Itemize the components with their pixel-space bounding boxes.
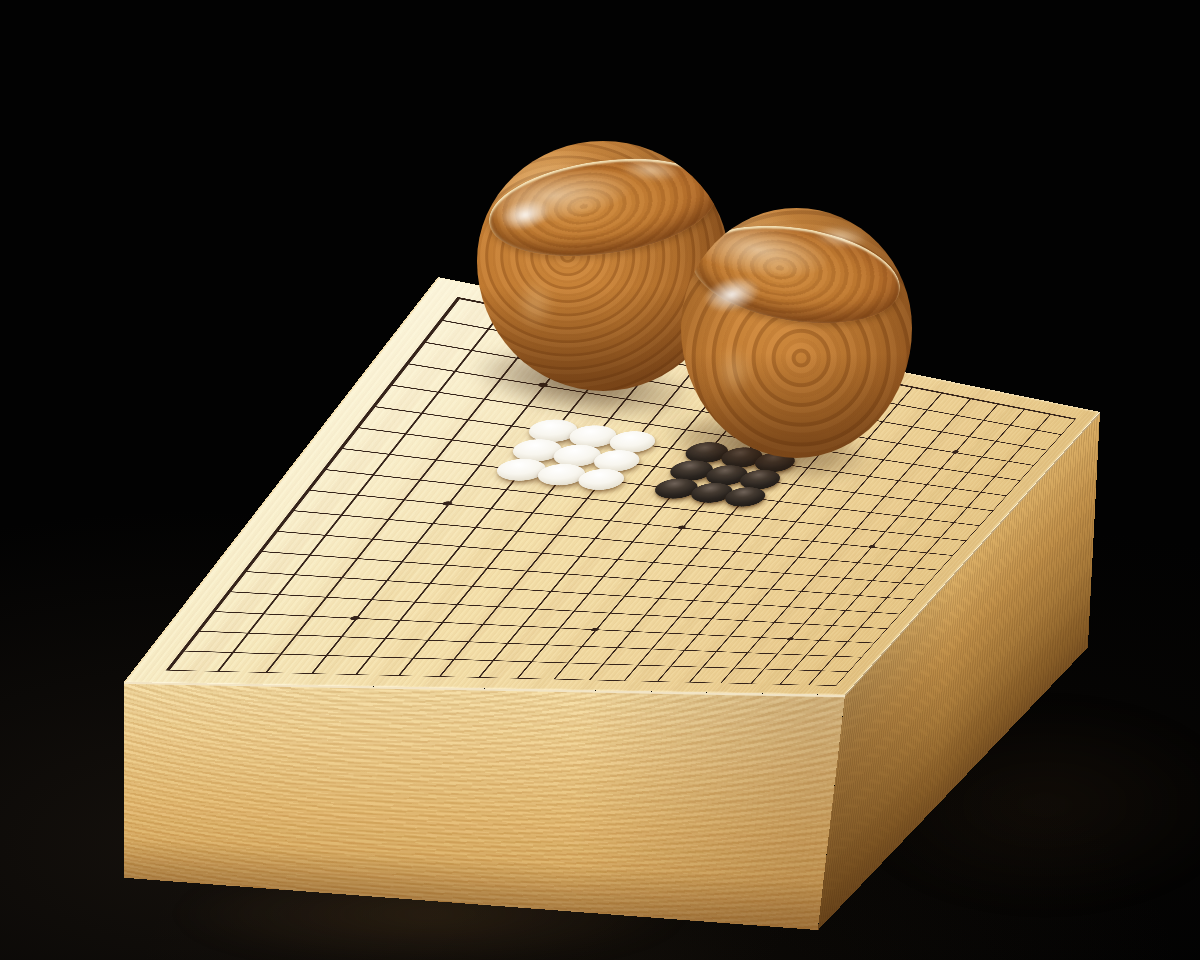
star-point-D10 bbox=[441, 501, 453, 506]
star-point-K10 bbox=[677, 525, 687, 529]
bowl-highlight bbox=[510, 271, 560, 336]
star-point-Q10 bbox=[867, 545, 876, 549]
star-point-Q4 bbox=[786, 637, 795, 640]
star-point-D4 bbox=[348, 616, 360, 620]
product-scene bbox=[0, 0, 1200, 960]
star-point-K4 bbox=[590, 628, 600, 632]
bowl-highlight bbox=[711, 338, 757, 403]
go-stone-bowl-right bbox=[681, 208, 912, 458]
star-point-Q16 bbox=[951, 450, 960, 454]
